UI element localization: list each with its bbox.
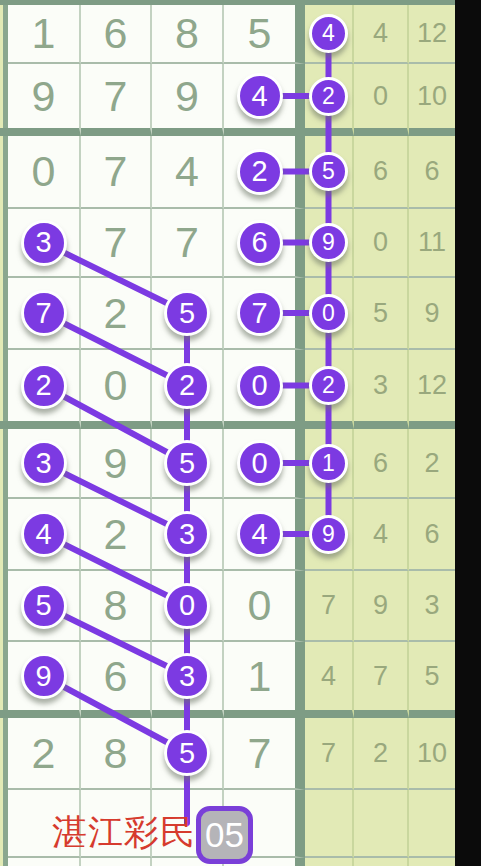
trend-chart-screen: 1685441297942010074256637769011725705920…: [0, 0, 481, 866]
grid-cell-r11c5: 7: [305, 718, 354, 790]
grid-cell-r12c5: [305, 790, 354, 858]
number-text: 4: [373, 20, 388, 47]
number-text: 9: [32, 75, 56, 118]
circled-number: 5: [164, 440, 210, 486]
trend-chart-grid: 1685441297942010074256637769011725705920…: [8, 5, 455, 858]
grid-cell-r11c1: 2: [8, 718, 81, 790]
number-text: 3: [373, 372, 388, 399]
number-text: 7: [104, 221, 128, 264]
number-text: 7: [248, 732, 272, 775]
number-text: 7: [104, 150, 128, 193]
grid-cell-r10c7: 5: [409, 642, 455, 718]
number-text: 6: [424, 521, 439, 548]
number-text: 1: [248, 655, 272, 698]
grid-cell-r2c7: 10: [409, 64, 455, 136]
number-text: 9: [424, 300, 439, 327]
grid-cell-r1c2: 6: [81, 5, 152, 64]
grid-cell-r2c5: 2: [305, 64, 354, 136]
grid-cell-r12c6: [354, 790, 409, 858]
circled-number: 3: [21, 220, 67, 266]
number-text: 8: [175, 12, 199, 55]
group-separator-mark: [0, 421, 8, 429]
grid-cell-r6c6: 3: [354, 350, 409, 429]
grid-cell-r4c7: 11: [409, 209, 455, 278]
grid-cell-r2c1: 9: [8, 64, 81, 136]
grid-cell-r3c5: 5: [305, 136, 354, 209]
number-text: 6: [373, 450, 388, 477]
grid-cell-r5c5: 0: [305, 278, 354, 350]
grid-cell-r7c2: 9: [81, 429, 152, 499]
grid-cell-r4c2: 7: [81, 209, 152, 278]
grid-cell-r3c6: 6: [354, 136, 409, 209]
number-text: 6: [424, 158, 439, 185]
grid-cell-r6c1: 2: [8, 350, 81, 429]
number-text: 6: [104, 12, 128, 55]
grid-cell-r10c4: 1: [224, 642, 305, 718]
grid-cell-r2c6: 0: [354, 64, 409, 136]
grid-cell-r2c2: 7: [81, 64, 152, 136]
circled-number: 2: [309, 366, 348, 405]
grid-cell-r11c2: 8: [81, 718, 152, 790]
grid-cell-r10c2: 6: [81, 642, 152, 718]
grid-cell-r8c2: 2: [81, 499, 152, 571]
number-text: 10: [417, 740, 447, 767]
grid-cell-r5c7: 9: [409, 278, 455, 350]
number-text: 7: [373, 663, 388, 690]
circled-number: 9: [21, 653, 67, 699]
grid-cell-r3c2: 7: [81, 136, 152, 209]
grid-cell-r1c6: 4: [354, 5, 409, 64]
grid-cell-r7c7: 2: [409, 429, 455, 499]
grid-cell-r4c4: 6: [224, 209, 305, 278]
grid-cell-r8c5: 9: [305, 499, 354, 571]
grid-cell-r3c1: 0: [8, 136, 81, 209]
right-letterbox-strip: [455, 0, 481, 866]
grid-cell-r12c7: [409, 790, 455, 858]
circled-number: 4: [21, 511, 67, 557]
grid-cell-r7c5: 1: [305, 429, 354, 499]
grid-cell-cut: [409, 858, 455, 866]
circled-number: 0: [237, 363, 283, 409]
grid-cell-r9c6: 9: [354, 571, 409, 642]
number-text: 4: [175, 150, 199, 193]
number-text: 8: [104, 732, 128, 775]
number-text: 2: [424, 450, 439, 477]
grid-cell-r2c4: 4: [224, 64, 305, 136]
number-text: 2: [104, 292, 128, 335]
circled-number: 2: [237, 149, 283, 195]
grid-cell-r10c6: 7: [354, 642, 409, 718]
grid-cell-r7c6: 6: [354, 429, 409, 499]
grid-cell-r7c1: 3: [8, 429, 81, 499]
grid-cell-r8c7: 6: [409, 499, 455, 571]
circled-number: 5: [21, 583, 67, 629]
circled-number: 1: [309, 444, 348, 483]
grid-cell-r6c3: 2: [152, 350, 224, 429]
grid-cell-r10c3: 3: [152, 642, 224, 718]
number-text: 2: [32, 732, 56, 775]
grid-cell-r5c3: 5: [152, 278, 224, 350]
circled-number: 0: [309, 294, 348, 333]
grid-cell-cut: [354, 858, 409, 866]
number-text: 9: [104, 442, 128, 485]
grid-cell-r4c5: 9: [305, 209, 354, 278]
grid-cell-r6c2: 0: [81, 350, 152, 429]
grid-cell-r8c3: 3: [152, 499, 224, 571]
grid-cell-cut: [305, 858, 354, 866]
circled-number: 6: [237, 220, 283, 266]
number-text: 9: [373, 592, 388, 619]
grid-cell-r4c6: 0: [354, 209, 409, 278]
grid-cell-r5c2: 2: [81, 278, 152, 350]
grid-cell-r11c4: 7: [224, 718, 305, 790]
grid-cell-r10c1: 9: [8, 642, 81, 718]
grid-cell-r11c6: 2: [354, 718, 409, 790]
number-text: 5: [373, 300, 388, 327]
circled-number: 2: [164, 363, 210, 409]
circled-number: 0: [237, 440, 283, 486]
circled-number: 9: [309, 515, 348, 554]
number-text: 2: [104, 513, 128, 556]
number-text: 2: [373, 740, 388, 767]
group-separator-mark: [0, 710, 8, 718]
grid-cell-r2c3: 9: [152, 64, 224, 136]
number-text: 9: [175, 75, 199, 118]
number-text: 12: [417, 20, 447, 47]
circled-number: 7: [21, 290, 67, 336]
number-text: 10: [417, 83, 447, 110]
period-badge: 05: [196, 806, 253, 864]
number-text: 0: [373, 83, 388, 110]
number-text: 0: [104, 364, 128, 407]
grid-cell-r9c4: 0: [224, 571, 305, 642]
grid-cell-r6c5: 2: [305, 350, 354, 429]
grid-cell-r4c1: 3: [8, 209, 81, 278]
circled-number: 5: [309, 152, 348, 191]
grid-cell-r8c1: 4: [8, 499, 81, 571]
number-text: 7: [104, 75, 128, 118]
number-text: 5: [424, 663, 439, 690]
number-text: 6: [104, 655, 128, 698]
circled-number: 3: [21, 440, 67, 486]
grid-cell-r1c4: 5: [224, 5, 305, 64]
circled-number: 5: [164, 290, 210, 336]
watermark-text: 湛江彩民: [48, 804, 200, 860]
grid-cell-r3c3: 4: [152, 136, 224, 209]
grid-cell-r9c2: 8: [81, 571, 152, 642]
number-text: 7: [321, 740, 336, 767]
grid-cell-r3c7: 6: [409, 136, 455, 209]
circled-number: 3: [164, 653, 210, 699]
grid-cell-r1c1: 1: [8, 5, 81, 64]
group-separator-mark: [0, 128, 8, 136]
circled-number: 0: [164, 583, 210, 629]
grid-cell-r11c3: 5: [152, 718, 224, 790]
number-text: 7: [175, 221, 199, 264]
grid-cell-r7c3: 5: [152, 429, 224, 499]
number-text: 12: [417, 372, 447, 399]
number-text: 0: [32, 150, 56, 193]
circled-number: 2: [21, 363, 67, 409]
circled-number: 3: [164, 511, 210, 557]
grid-cell-r9c7: 3: [409, 571, 455, 642]
grid-cell-r6c7: 12: [409, 350, 455, 429]
number-text: 4: [373, 521, 388, 548]
circled-number: 5: [164, 730, 210, 776]
grid-cell-r1c3: 8: [152, 5, 224, 64]
circled-number: 9: [309, 223, 348, 262]
number-text: 6: [373, 158, 388, 185]
grid-cell-r5c4: 7: [224, 278, 305, 350]
number-text: 11: [418, 229, 446, 256]
number-text: 7: [321, 592, 336, 619]
grid-cell-r1c7: 12: [409, 5, 455, 64]
number-text: 8: [104, 584, 128, 627]
grid-cell-r9c3: 0: [152, 571, 224, 642]
grid-cell-r4c3: 7: [152, 209, 224, 278]
number-text: 0: [248, 584, 272, 627]
grid-cell-r5c6: 5: [354, 278, 409, 350]
grid-cell-r11c7: 10: [409, 718, 455, 790]
grid-cell-r8c6: 4: [354, 499, 409, 571]
number-text: 1: [32, 12, 56, 55]
grid-cell-r3c4: 2: [224, 136, 305, 209]
number-text: 3: [424, 592, 439, 619]
circled-number: 4: [237, 73, 283, 119]
circled-number: 2: [309, 77, 348, 116]
grid-cell-r8c4: 4: [224, 499, 305, 571]
grid-cell-r5c1: 7: [8, 278, 81, 350]
grid-cell-r6c4: 0: [224, 350, 305, 429]
grid-cell-r9c1: 5: [8, 571, 81, 642]
circled-number: 7: [237, 290, 283, 336]
grid-cell-r7c4: 0: [224, 429, 305, 499]
grid-cell-r10c5: 4: [305, 642, 354, 718]
number-text: 4: [321, 663, 336, 690]
number-text: 5: [248, 12, 272, 55]
grid-cell-r9c5: 7: [305, 571, 354, 642]
grid-cell-r1c5: 4: [305, 5, 354, 64]
circled-number: 4: [237, 511, 283, 557]
number-text: 0: [373, 229, 388, 256]
circled-number: 4: [309, 14, 348, 53]
